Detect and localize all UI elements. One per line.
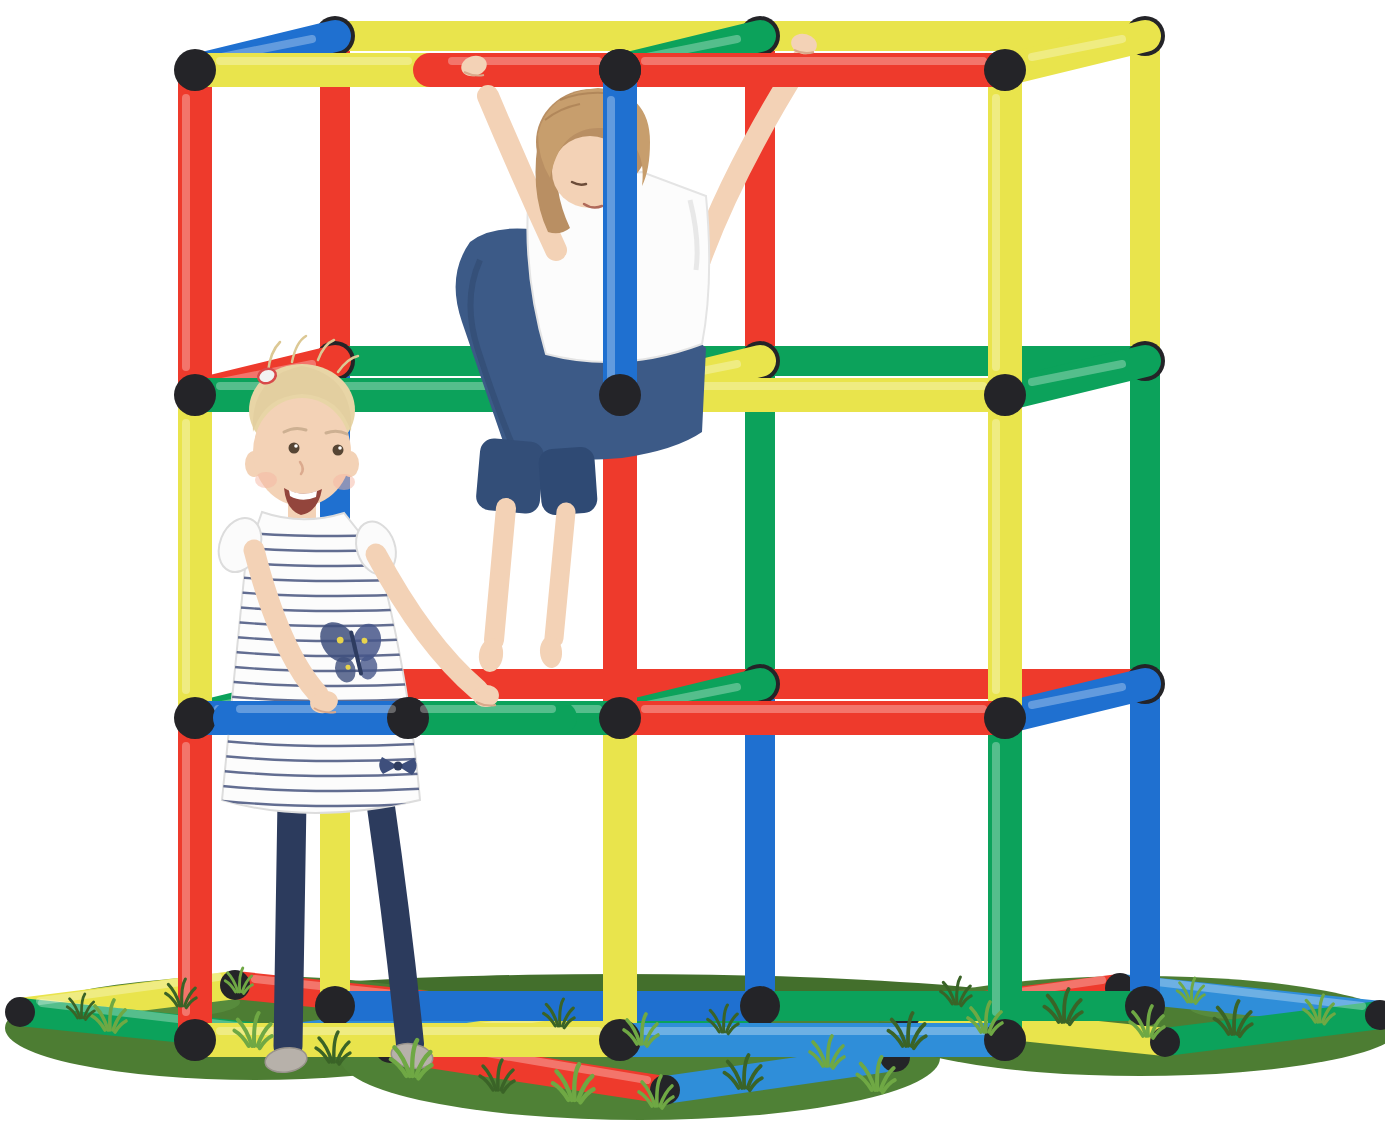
- scene-canvas: [0, 0, 1385, 1132]
- cheek-blush: [255, 472, 277, 488]
- cheek-blush: [333, 474, 355, 490]
- connector: [387, 697, 429, 739]
- connector: [984, 49, 1026, 91]
- bare-calf: [554, 512, 566, 638]
- connector: [599, 374, 641, 416]
- bare-calf: [494, 508, 506, 640]
- connector: [740, 986, 780, 1026]
- bow-knot: [394, 762, 403, 771]
- connector: [174, 697, 216, 739]
- connector: [174, 374, 216, 416]
- connector: [174, 49, 216, 91]
- connector: [599, 697, 641, 739]
- eye: [289, 443, 300, 454]
- product-photo: [0, 0, 1385, 1132]
- front-bar-overlay: [230, 697, 560, 739]
- front-post-overlay: [599, 49, 641, 416]
- connector: [984, 374, 1026, 416]
- eye-glint: [294, 444, 298, 448]
- eye-glint: [338, 446, 342, 450]
- connector: [5, 997, 35, 1027]
- eye: [333, 445, 344, 456]
- connector: [599, 49, 641, 91]
- connector: [315, 986, 355, 1026]
- child-climbing: [456, 88, 710, 674]
- legging-leg: [288, 800, 292, 1046]
- connector: [984, 697, 1026, 739]
- connector: [174, 1019, 216, 1061]
